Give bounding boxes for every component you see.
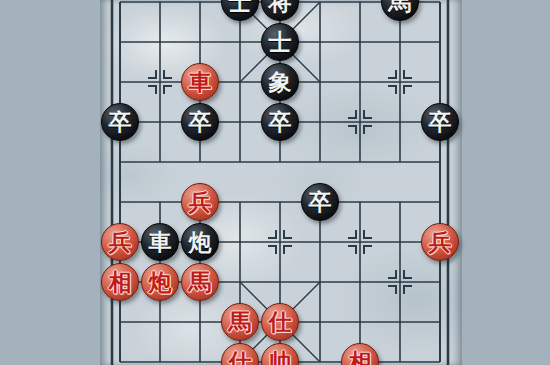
piece-red-advisor[interactable]: 仕 [221, 343, 259, 365]
piece-black-soldier[interactable]: 卒 [181, 103, 219, 141]
piece-red-elephant[interactable]: 相 [101, 263, 139, 301]
piece-red-general[interactable]: 帅 [261, 343, 299, 365]
piece-black-cannon[interactable]: 炮 [181, 223, 219, 261]
piece-black-advisor[interactable]: 士 [221, 0, 259, 21]
piece-black-soldier[interactable]: 卒 [261, 103, 299, 141]
piece-black-soldier[interactable]: 卒 [421, 103, 459, 141]
piece-red-horse[interactable]: 馬 [181, 263, 219, 301]
piece-red-elephant[interactable]: 相 [341, 343, 379, 365]
piece-red-soldier[interactable]: 兵 [421, 223, 459, 261]
piece-red-soldier[interactable]: 兵 [181, 183, 219, 221]
board-grid[interactable]: 士将馬士車象卒卒卒卒兵卒兵車炮兵相炮馬馬仕仕帅相 [100, 0, 460, 365]
piece-black-soldier[interactable]: 卒 [301, 183, 339, 221]
piece-black-advisor[interactable]: 士 [261, 23, 299, 61]
piece-red-soldier[interactable]: 兵 [101, 223, 139, 261]
piece-red-chariot[interactable]: 車 [181, 63, 219, 101]
piece-black-soldier[interactable]: 卒 [101, 103, 139, 141]
xiangqi-screenshot: 士将馬士車象卒卒卒卒兵卒兵車炮兵相炮馬馬仕仕帅相 [0, 0, 550, 365]
piece-black-elephant[interactable]: 象 [261, 63, 299, 101]
piece-red-horse[interactable]: 馬 [221, 303, 259, 341]
piece-red-cannon[interactable]: 炮 [141, 263, 179, 301]
piece-black-horse[interactable]: 馬 [381, 0, 419, 21]
piece-red-advisor[interactable]: 仕 [261, 303, 299, 341]
piece-black-chariot[interactable]: 車 [141, 223, 179, 261]
piece-black-general[interactable]: 将 [261, 0, 299, 21]
